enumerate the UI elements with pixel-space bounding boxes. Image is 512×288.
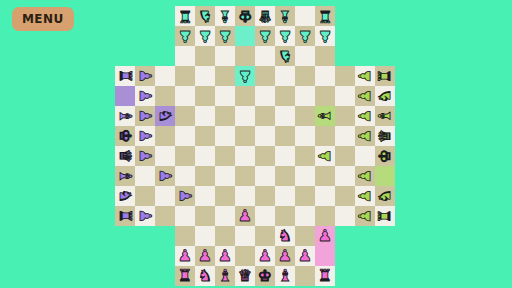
square-r5-c9[interactable]	[295, 106, 315, 126]
square-r9-c3[interactable]: ♟	[175, 186, 195, 206]
off-board	[355, 6, 375, 26]
teal-pawn-piece[interactable]: ♟	[218, 26, 232, 46]
square-r10-c4[interactable]	[195, 206, 215, 226]
square-r5-c6[interactable]	[235, 106, 255, 126]
teal-rook-piece[interactable]: ♜	[318, 6, 332, 26]
square-r9-c13[interactable]: ♞	[375, 186, 395, 206]
square-r0-c10[interactable]: ♜	[315, 6, 335, 26]
pink-knight-piece[interactable]: ♞	[198, 266, 212, 286]
square-r7-c5[interactable]	[215, 146, 235, 166]
square-r10-c0[interactable]: ♜	[115, 206, 135, 226]
square-r10-c7[interactable]	[255, 206, 275, 226]
square-r6-c13[interactable]: ♛	[375, 126, 395, 146]
square-r11-c5[interactable]	[215, 226, 235, 246]
green-bishop-piece[interactable]: ♝	[375, 109, 395, 123]
square-r5-c8[interactable]	[275, 106, 295, 126]
square-r10-c10[interactable]	[315, 206, 335, 226]
square-r10-c1[interactable]: ♟	[135, 206, 155, 226]
square-r10-c5[interactable]	[215, 206, 235, 226]
square-r4-c12[interactable]: ♟	[355, 86, 375, 106]
green-pawn-piece[interactable]: ♟	[355, 109, 375, 123]
teal-rook-piece[interactable]: ♜	[178, 6, 192, 26]
off-board	[115, 246, 135, 266]
square-r0-c6[interactable]: ♚	[235, 6, 255, 26]
pink-pawn-piece[interactable]: ♟	[298, 246, 312, 266]
square-r6-c2[interactable]	[155, 126, 175, 146]
teal-bishop-piece[interactable]: ♝	[278, 6, 292, 26]
square-r6-c10[interactable]	[315, 126, 335, 146]
square-r6-c5[interactable]	[215, 126, 235, 146]
square-r11-c6[interactable]	[235, 226, 255, 246]
teal-pawn-piece[interactable]: ♟	[198, 26, 212, 46]
square-r7-c6[interactable]	[235, 146, 255, 166]
square-r8-c10[interactable]	[315, 166, 335, 186]
menu-button[interactable]: MENU	[12, 7, 74, 31]
square-r4-c11[interactable]	[335, 86, 355, 106]
green-knight-piece[interactable]: ♞	[375, 189, 395, 203]
square-r8-c0[interactable]: ♝	[115, 166, 135, 186]
square-r3-c4[interactable]	[195, 66, 215, 86]
off-board	[355, 46, 375, 66]
square-r7-c1[interactable]: ♟	[135, 146, 155, 166]
square-r10-c6[interactable]: ♟	[235, 206, 255, 226]
square-r4-c9[interactable]	[295, 86, 315, 106]
off-board	[335, 246, 355, 266]
square-r11-c9[interactable]	[295, 226, 315, 246]
square-r2-c6[interactable]	[235, 46, 255, 66]
square-r1-c10[interactable]: ♟	[315, 26, 335, 46]
square-r0-c4[interactable]: ♞	[195, 6, 215, 26]
square-r12-c8[interactable]: ♟	[275, 246, 295, 266]
square-r1-c5[interactable]: ♟	[215, 26, 235, 46]
square-r5-c0[interactable]: ♝	[115, 106, 135, 126]
square-r10-c9[interactable]	[295, 206, 315, 226]
off-board	[115, 46, 135, 66]
square-r5-c10[interactable]: ♝	[315, 106, 335, 126]
purple-bishop-piece[interactable]: ♝	[115, 169, 135, 183]
square-r9-c4[interactable]	[195, 186, 215, 206]
square-r4-c0[interactable]	[115, 86, 135, 106]
square-r7-c11[interactable]	[335, 146, 355, 166]
green-king-piece[interactable]: ♚	[375, 149, 395, 163]
purple-rook-piece[interactable]: ♜	[115, 209, 135, 223]
square-r3-c1[interactable]: ♟	[135, 66, 155, 86]
square-r7-c10[interactable]: ♟	[315, 146, 335, 166]
off-board	[375, 26, 395, 46]
teal-pawn-piece[interactable]: ♟	[258, 26, 272, 46]
square-r10-c11[interactable]	[335, 206, 355, 226]
square-r4-c7[interactable]	[255, 86, 275, 106]
square-r8-c12[interactable]: ♟	[355, 166, 375, 186]
square-r10-c2[interactable]	[155, 206, 175, 226]
pink-pawn-piece[interactable]: ♟	[198, 246, 212, 266]
green-rook-piece[interactable]: ♜	[375, 209, 395, 223]
square-r0-c7[interactable]: ♛	[255, 6, 275, 26]
green-bishop-piece[interactable]: ♝	[315, 109, 335, 123]
teal-queen-piece[interactable]: ♛	[258, 6, 272, 26]
square-r0-c8[interactable]: ♝	[275, 6, 295, 26]
square-r11-c3[interactable]	[175, 226, 195, 246]
green-pawn-piece[interactable]: ♟	[355, 209, 375, 223]
square-r12-c7[interactable]: ♟	[255, 246, 275, 266]
square-r8-c2[interactable]: ♟	[155, 166, 175, 186]
pink-knight-piece[interactable]: ♞	[278, 226, 292, 246]
pink-pawn-piece[interactable]: ♟	[218, 246, 232, 266]
off-board	[135, 246, 155, 266]
square-r3-c5[interactable]	[215, 66, 235, 86]
purple-pawn-piece[interactable]: ♟	[135, 69, 155, 83]
square-r0-c3[interactable]: ♜	[175, 6, 195, 26]
square-r9-c7[interactable]	[255, 186, 275, 206]
off-board	[155, 26, 175, 46]
square-r6-c4[interactable]	[195, 126, 215, 146]
square-r2-c7[interactable]	[255, 46, 275, 66]
teal-knight-piece[interactable]: ♞	[198, 6, 212, 26]
square-r5-c2[interactable]: ♞	[155, 106, 175, 126]
square-r5-c13[interactable]: ♝	[375, 106, 395, 126]
green-pawn-piece[interactable]: ♟	[355, 69, 375, 83]
square-r8-c1[interactable]	[135, 166, 155, 186]
off-board	[155, 226, 175, 246]
off-board	[355, 26, 375, 46]
square-r10-c8[interactable]	[275, 206, 295, 226]
square-r6-c3[interactable]	[175, 126, 195, 146]
teal-pawn-piece[interactable]: ♟	[178, 26, 192, 46]
off-board	[135, 26, 155, 46]
square-r1-c6[interactable]	[235, 26, 255, 46]
square-r13-c5[interactable]: ♝	[215, 266, 235, 286]
purple-pawn-piece[interactable]: ♟	[135, 209, 155, 223]
square-r9-c9[interactable]	[295, 186, 315, 206]
square-r3-c11[interactable]	[335, 66, 355, 86]
square-r7-c3[interactable]	[175, 146, 195, 166]
green-pawn-piece[interactable]: ♟	[315, 149, 335, 163]
square-r12-c4[interactable]: ♟	[195, 246, 215, 266]
square-r6-c12[interactable]: ♟	[355, 126, 375, 146]
teal-pawn-piece[interactable]: ♟	[298, 26, 312, 46]
square-r11-c10[interactable]: ♟	[315, 226, 335, 246]
pink-bishop-piece[interactable]: ♝	[218, 266, 232, 286]
teal-king-piece[interactable]: ♚	[238, 6, 252, 26]
square-r7-c9[interactable]	[295, 146, 315, 166]
square-r4-c6[interactable]	[235, 86, 255, 106]
square-r3-c6[interactable]: ♟	[235, 66, 255, 86]
square-r13-c8[interactable]: ♝	[275, 266, 295, 286]
square-r8-c6[interactable]	[235, 166, 255, 186]
off-board	[135, 46, 155, 66]
square-r5-c12[interactable]: ♟	[355, 106, 375, 126]
square-r9-c8[interactable]	[275, 186, 295, 206]
square-r13-c10[interactable]: ♜	[315, 266, 335, 286]
four-player-chess-board: ♜♞♝♚♛♝♜♟♟♟♟♟♟♟♞♜♟♟♟♜♟♟♞♝♟♞♝♟♝♚♟♟♛♛♟♟♚♝♟♟…	[115, 6, 395, 286]
green-rook-piece[interactable]: ♜	[375, 69, 395, 83]
square-r7-c2[interactable]	[155, 146, 175, 166]
square-r6-c11[interactable]	[335, 126, 355, 146]
green-queen-piece[interactable]: ♛	[375, 129, 395, 143]
teal-pawn-piece[interactable]: ♟	[318, 26, 332, 46]
purple-king-piece[interactable]: ♚	[115, 129, 135, 143]
square-r8-c5[interactable]	[215, 166, 235, 186]
off-board	[115, 266, 135, 286]
square-r1-c8[interactable]: ♟	[275, 26, 295, 46]
square-r13-c7[interactable]: ♚	[255, 266, 275, 286]
purple-pawn-piece[interactable]: ♟	[135, 149, 155, 163]
off-board	[115, 26, 135, 46]
off-board	[335, 26, 355, 46]
square-r9-c6[interactable]	[235, 186, 255, 206]
off-board	[355, 266, 375, 286]
teal-bishop-piece[interactable]: ♝	[218, 6, 232, 26]
square-r3-c13[interactable]: ♜	[375, 66, 395, 86]
square-r9-c1[interactable]	[135, 186, 155, 206]
purple-pawn-piece[interactable]: ♟	[155, 169, 175, 183]
square-r5-c5[interactable]	[215, 106, 235, 126]
green-knight-piece[interactable]: ♞	[375, 89, 395, 103]
pink-bishop-piece[interactable]: ♝	[278, 266, 292, 286]
square-r2-c9[interactable]	[295, 46, 315, 66]
square-r1-c7[interactable]: ♟	[255, 26, 275, 46]
square-r9-c5[interactable]	[215, 186, 235, 206]
square-r4-c2[interactable]	[155, 86, 175, 106]
square-r2-c5[interactable]	[215, 46, 235, 66]
square-r6-c6[interactable]	[235, 126, 255, 146]
square-r1-c3[interactable]: ♟	[175, 26, 195, 46]
square-r13-c6[interactable]: ♛	[235, 266, 255, 286]
pink-queen-piece[interactable]: ♛	[238, 266, 252, 286]
square-r7-c4[interactable]	[195, 146, 215, 166]
off-board	[375, 226, 395, 246]
off-board	[375, 266, 395, 286]
square-r12-c5[interactable]: ♟	[215, 246, 235, 266]
square-r8-c3[interactable]	[175, 166, 195, 186]
square-r4-c4[interactable]	[195, 86, 215, 106]
square-r7-c7[interactable]	[255, 146, 275, 166]
square-r5-c4[interactable]	[195, 106, 215, 126]
square-r9-c2[interactable]	[155, 186, 175, 206]
square-r7-c8[interactable]	[275, 146, 295, 166]
off-board	[135, 266, 155, 286]
teal-pawn-piece[interactable]: ♟	[278, 26, 292, 46]
square-r7-c13[interactable]: ♚	[375, 146, 395, 166]
off-board	[375, 246, 395, 266]
square-r13-c9[interactable]	[295, 266, 315, 286]
square-r13-c3[interactable]: ♜	[175, 266, 195, 286]
purple-pawn-piece[interactable]: ♟	[175, 189, 195, 203]
pink-pawn-piece[interactable]: ♟	[318, 226, 332, 246]
square-r4-c5[interactable]	[215, 86, 235, 106]
square-r4-c1[interactable]: ♟	[135, 86, 155, 106]
square-r9-c10[interactable]	[315, 186, 335, 206]
square-r12-c9[interactable]: ♟	[295, 246, 315, 266]
square-r2-c8[interactable]: ♞	[275, 46, 295, 66]
square-r10-c12[interactable]: ♟	[355, 206, 375, 226]
square-r3-c2[interactable]	[155, 66, 175, 86]
square-r10-c3[interactable]	[175, 206, 195, 226]
off-board	[355, 246, 375, 266]
square-r5-c7[interactable]	[255, 106, 275, 126]
purple-knight-piece[interactable]: ♞	[115, 189, 135, 203]
off-board	[135, 6, 155, 26]
square-r6-c9[interactable]	[295, 126, 315, 146]
square-r2-c3[interactable]	[175, 46, 195, 66]
square-r3-c8[interactable]	[275, 66, 295, 86]
pink-king-piece[interactable]: ♚	[258, 266, 272, 286]
square-r4-c3[interactable]	[175, 86, 195, 106]
square-r9-c0[interactable]: ♞	[115, 186, 135, 206]
off-board	[335, 266, 355, 286]
square-r3-c9[interactable]	[295, 66, 315, 86]
square-r11-c8[interactable]: ♞	[275, 226, 295, 246]
square-r8-c7[interactable]	[255, 166, 275, 186]
teal-knight-piece[interactable]: ♞	[278, 46, 292, 66]
off-board	[115, 6, 135, 26]
off-board	[355, 226, 375, 246]
pink-pawn-piece[interactable]: ♟	[258, 246, 272, 266]
square-r8-c9[interactable]	[295, 166, 315, 186]
square-r12-c10[interactable]	[315, 246, 335, 266]
purple-knight-piece[interactable]: ♞	[155, 109, 175, 123]
square-r6-c0[interactable]: ♚	[115, 126, 135, 146]
off-board	[155, 246, 175, 266]
square-r3-c7[interactable]	[255, 66, 275, 86]
square-r6-c8[interactable]	[275, 126, 295, 146]
purple-queen-piece[interactable]: ♛	[115, 149, 135, 163]
square-r5-c1[interactable]: ♟	[135, 106, 155, 126]
square-r12-c3[interactable]: ♟	[175, 246, 195, 266]
square-r5-c3[interactable]	[175, 106, 195, 126]
square-r3-c0[interactable]: ♜	[115, 66, 135, 86]
purple-rook-piece[interactable]: ♜	[115, 69, 135, 83]
square-r0-c5[interactable]: ♝	[215, 6, 235, 26]
square-r6-c7[interactable]	[255, 126, 275, 146]
off-board	[335, 6, 355, 26]
pink-pawn-piece[interactable]: ♟	[238, 206, 252, 226]
square-r8-c11[interactable]	[335, 166, 355, 186]
off-board	[155, 46, 175, 66]
purple-pawn-piece[interactable]: ♟	[135, 89, 155, 103]
green-pawn-piece[interactable]: ♟	[355, 129, 375, 143]
off-board	[155, 6, 175, 26]
square-r1-c4[interactable]: ♟	[195, 26, 215, 46]
square-r9-c12[interactable]: ♟	[355, 186, 375, 206]
square-r8-c4[interactable]	[195, 166, 215, 186]
square-r7-c12[interactable]	[355, 146, 375, 166]
pink-rook-piece[interactable]: ♜	[318, 266, 332, 286]
off-board	[375, 46, 395, 66]
square-r1-c9[interactable]: ♟	[295, 26, 315, 46]
pink-pawn-piece[interactable]: ♟	[278, 246, 292, 266]
square-r5-c11[interactable]	[335, 106, 355, 126]
off-board	[135, 226, 155, 246]
square-r12-c6[interactable]	[235, 246, 255, 266]
off-board	[115, 226, 135, 246]
teal-pawn-piece[interactable]: ♟	[238, 66, 252, 86]
square-r3-c12[interactable]: ♟	[355, 66, 375, 86]
square-r6-c1[interactable]: ♟	[135, 126, 155, 146]
square-r3-c10[interactable]	[315, 66, 335, 86]
green-pawn-piece[interactable]: ♟	[355, 89, 375, 103]
off-board	[155, 266, 175, 286]
square-r13-c4[interactable]: ♞	[195, 266, 215, 286]
square-r0-c9[interactable]	[295, 6, 315, 26]
square-r7-c0[interactable]: ♛	[115, 146, 135, 166]
square-r4-c10[interactable]	[315, 86, 335, 106]
square-r4-c13[interactable]: ♞	[375, 86, 395, 106]
square-r8-c8[interactable]	[275, 166, 295, 186]
green-pawn-piece[interactable]: ♟	[355, 189, 375, 203]
green-pawn-piece[interactable]: ♟	[355, 169, 375, 183]
off-board	[375, 6, 395, 26]
pink-pawn-piece[interactable]: ♟	[178, 246, 192, 266]
purple-bishop-piece[interactable]: ♝	[115, 109, 135, 123]
off-board	[335, 46, 355, 66]
square-r11-c7[interactable]	[255, 226, 275, 246]
square-r8-c13[interactable]	[375, 166, 395, 186]
pink-rook-piece[interactable]: ♜	[178, 266, 192, 286]
square-r9-c11[interactable]	[335, 186, 355, 206]
square-r10-c13[interactable]: ♜	[375, 206, 395, 226]
purple-pawn-piece[interactable]: ♟	[135, 129, 155, 143]
square-r3-c3[interactable]	[175, 66, 195, 86]
off-board	[335, 226, 355, 246]
square-r2-c4[interactable]	[195, 46, 215, 66]
square-r4-c8[interactable]	[275, 86, 295, 106]
square-r2-c10[interactable]	[315, 46, 335, 66]
square-r11-c4[interactable]	[195, 226, 215, 246]
purple-pawn-piece[interactable]: ♟	[135, 109, 155, 123]
